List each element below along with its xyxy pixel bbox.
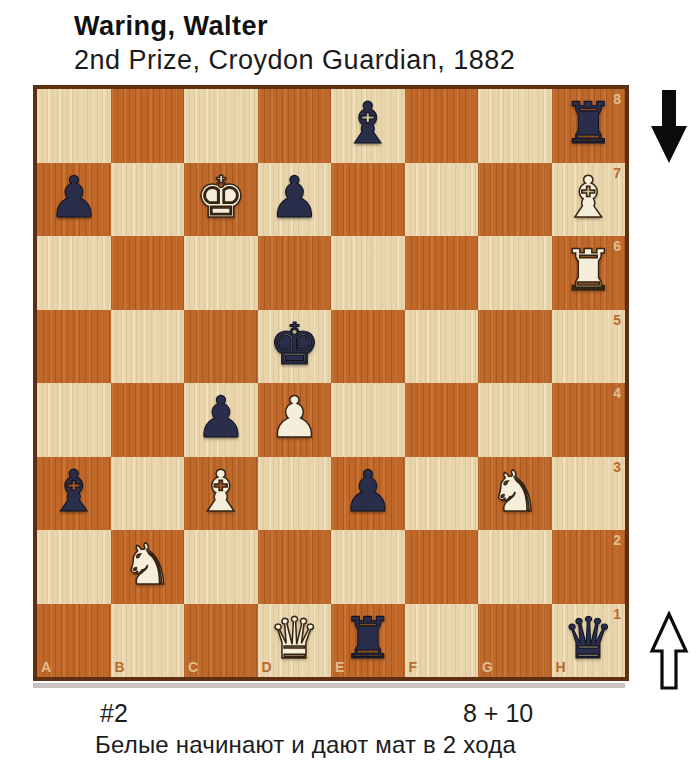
square-a5: [37, 310, 111, 384]
rank-label-3: 3: [613, 460, 621, 474]
black-pawn: ♟: [48, 169, 99, 226]
square-a1: A: [37, 604, 111, 678]
file-label-A: A: [41, 660, 51, 674]
black-bishop: ♝: [342, 95, 393, 152]
chess-problem-page: Waring, Walter 2nd Prize, Croydon Guardi…: [0, 0, 700, 774]
file-label-G: G: [482, 660, 493, 674]
square-f1: F: [405, 604, 479, 678]
stipulation-mate-in-2: #2: [100, 699, 128, 728]
black-rook: ♜: [342, 610, 393, 667]
square-a3: ♝: [37, 457, 111, 531]
square-g2: [478, 530, 552, 604]
square-f2: [405, 530, 479, 604]
square-a4: [37, 383, 111, 457]
black-pawn: ♟: [269, 169, 320, 226]
rank-label-5: 5: [613, 313, 621, 327]
square-a2: [37, 530, 111, 604]
square-e5: [331, 310, 405, 384]
square-h7: 7♝: [552, 163, 626, 237]
square-a8: [37, 89, 111, 163]
file-label-B: B: [115, 660, 125, 674]
square-h8: 8♜: [552, 89, 626, 163]
file-label-C: C: [188, 660, 198, 674]
square-c7: ♚: [184, 163, 258, 237]
file-label-F: F: [409, 660, 418, 674]
white-bishop: ♝: [563, 169, 614, 226]
white-pawn: ♟: [269, 389, 320, 446]
square-c6: [184, 236, 258, 310]
square-h3: 3: [552, 457, 626, 531]
square-d3: [258, 457, 332, 531]
white-bishop: ♝: [195, 463, 246, 520]
square-b4: [111, 383, 185, 457]
square-a7: ♟: [37, 163, 111, 237]
square-f7: [405, 163, 479, 237]
square-d2: [258, 530, 332, 604]
white-king: ♚: [195, 169, 246, 226]
black-bishop: ♝: [48, 463, 99, 520]
square-f5: [405, 310, 479, 384]
square-f6: [405, 236, 479, 310]
square-f3: [405, 457, 479, 531]
black-pawn: ♟: [195, 389, 246, 446]
square-b7: [111, 163, 185, 237]
black-pawn: ♟: [342, 463, 393, 520]
square-a6: [37, 236, 111, 310]
square-c4: ♟: [184, 383, 258, 457]
rank-label-4: 4: [613, 386, 621, 400]
piece-count: 8 + 10: [463, 699, 533, 728]
square-c3: ♝: [184, 457, 258, 531]
square-e4: [331, 383, 405, 457]
square-c2: [184, 530, 258, 604]
problem-source: 2nd Prize, Croydon Guardian, 1882: [74, 44, 515, 78]
square-b1: B: [111, 604, 185, 678]
square-h5: 5: [552, 310, 626, 384]
square-h6: 6♜: [552, 236, 626, 310]
square-d4: ♟: [258, 383, 332, 457]
square-d5: ♚: [258, 310, 332, 384]
square-f4: [405, 383, 479, 457]
caption-russian: Белые начинают и дают мат в 2 хода: [95, 731, 516, 759]
square-e1: E♜: [331, 604, 405, 678]
square-d7: ♟: [258, 163, 332, 237]
white-knight: ♞: [122, 536, 173, 593]
square-h4: 4: [552, 383, 626, 457]
square-c5: [184, 310, 258, 384]
white-knight: ♞: [489, 463, 540, 520]
square-c8: [184, 89, 258, 163]
square-d1: D♛: [258, 604, 332, 678]
square-f8: [405, 89, 479, 163]
square-g7: [478, 163, 552, 237]
header: Waring, Walter 2nd Prize, Croydon Guardi…: [74, 8, 515, 78]
rank-label-7: 7: [613, 166, 621, 180]
square-b3: [111, 457, 185, 531]
white-queen: ♛: [269, 610, 320, 667]
square-g6: [478, 236, 552, 310]
square-h1: 1H♛: [552, 604, 626, 678]
square-b8: [111, 89, 185, 163]
board-shadow-line: [33, 683, 625, 688]
composer-name: Waring, Walter: [74, 8, 515, 44]
square-g3: ♞: [478, 457, 552, 531]
square-d6: [258, 236, 332, 310]
board-frame: ♝8♜♟♚♟7♝6♜♚5♟♟4♝♝♟♞3♞2ABCD♛E♜FG1H♛: [33, 85, 629, 681]
square-b6: [111, 236, 185, 310]
square-g4: [478, 383, 552, 457]
square-d8: [258, 89, 332, 163]
square-e2: [331, 530, 405, 604]
square-e8: ♝: [331, 89, 405, 163]
white-up-arrow-icon: [648, 611, 690, 691]
rank-label-1: 1: [613, 607, 621, 621]
rank-label-8: 8: [613, 92, 621, 106]
square-g5: [478, 310, 552, 384]
black-rook: ♜: [563, 95, 614, 152]
rank-label-2: 2: [613, 533, 621, 547]
square-b5: [111, 310, 185, 384]
black-down-arrow-icon: [648, 90, 690, 164]
square-g1: G: [478, 604, 552, 678]
black-queen: ♛: [563, 610, 614, 667]
square-b2: ♞: [111, 530, 185, 604]
rank-label-6: 6: [613, 239, 621, 253]
black-king: ♚: [269, 316, 320, 373]
square-e6: [331, 236, 405, 310]
square-e7: [331, 163, 405, 237]
square-g8: [478, 89, 552, 163]
square-c1: C: [184, 604, 258, 678]
square-h2: 2: [552, 530, 626, 604]
white-rook: ♜: [563, 242, 614, 299]
chess-board: ♝8♜♟♚♟7♝6♜♚5♟♟4♝♝♟♞3♞2ABCD♛E♜FG1H♛: [37, 89, 625, 677]
square-e3: ♟: [331, 457, 405, 531]
